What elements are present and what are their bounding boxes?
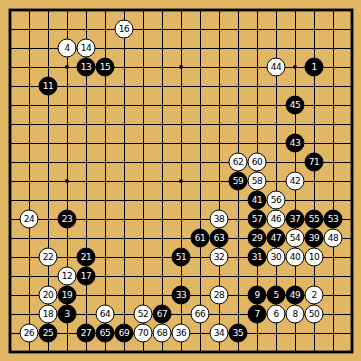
stone-white-move-36[interactable]: 36: [172, 324, 191, 343]
stone-white-move-48[interactable]: 48: [324, 229, 343, 248]
stone-white-move-56[interactable]: 56: [267, 191, 286, 210]
stone-white-move-42[interactable]: 42: [286, 172, 305, 191]
stone-black-move-67[interactable]: 67: [153, 305, 172, 324]
stone-white-move-52[interactable]: 52: [134, 305, 153, 324]
stone-black-move-65[interactable]: 65: [96, 324, 115, 343]
stone-black-move-21[interactable]: 21: [77, 248, 96, 267]
stone-black-move-25[interactable]: 25: [39, 324, 58, 343]
stone-white-move-8[interactable]: 8: [286, 305, 305, 324]
stone-black-move-45[interactable]: 45: [286, 96, 305, 115]
stone-white-move-10[interactable]: 10: [305, 248, 324, 267]
stone-white-move-62[interactable]: 62: [229, 153, 248, 172]
stone-white-move-16[interactable]: 16: [115, 20, 134, 39]
stone-white-move-2[interactable]: 2: [305, 286, 324, 305]
stone-white-move-22[interactable]: 22: [39, 248, 58, 267]
stone-white-move-70[interactable]: 70: [134, 324, 153, 343]
stone-white-move-20[interactable]: 20: [39, 286, 58, 305]
stone-black-move-51[interactable]: 51: [172, 248, 191, 267]
hoshi-point: [65, 65, 69, 69]
stone-white-move-50[interactable]: 50: [305, 305, 324, 324]
stone-black-move-57[interactable]: 57: [248, 210, 267, 229]
stone-white-move-64[interactable]: 64: [96, 305, 115, 324]
stone-white-move-58[interactable]: 58: [248, 172, 267, 191]
stone-black-move-7[interactable]: 7: [248, 305, 267, 324]
stone-black-move-13[interactable]: 13: [77, 58, 96, 77]
stone-black-move-49[interactable]: 49: [286, 286, 305, 305]
go-board[interactable]: 1234567891011121314151617181920212223242…: [0, 0, 361, 361]
stone-white-move-26[interactable]: 26: [20, 324, 39, 343]
stone-white-move-4[interactable]: 4: [58, 39, 77, 58]
stone-black-move-43[interactable]: 43: [286, 134, 305, 153]
hoshi-point: [179, 65, 183, 69]
stone-black-move-29[interactable]: 29: [248, 229, 267, 248]
stone-black-move-31[interactable]: 31: [248, 248, 267, 267]
stone-white-move-44[interactable]: 44: [267, 58, 286, 77]
stone-black-move-63[interactable]: 63: [210, 229, 229, 248]
stone-white-move-54[interactable]: 54: [286, 229, 305, 248]
stone-black-move-35[interactable]: 35: [229, 324, 248, 343]
stone-white-move-46[interactable]: 46: [267, 210, 286, 229]
stone-white-move-14[interactable]: 14: [77, 39, 96, 58]
stone-black-move-15[interactable]: 15: [96, 58, 115, 77]
stone-white-move-68[interactable]: 68: [153, 324, 172, 343]
hoshi-point: [65, 179, 69, 183]
stone-black-move-11[interactable]: 11: [39, 77, 58, 96]
stone-white-move-12[interactable]: 12: [58, 267, 77, 286]
stone-black-move-53[interactable]: 53: [324, 210, 343, 229]
stone-black-move-5[interactable]: 5: [267, 286, 286, 305]
stone-black-move-69[interactable]: 69: [115, 324, 134, 343]
stone-white-move-18[interactable]: 18: [39, 305, 58, 324]
stone-black-move-47[interactable]: 47: [267, 229, 286, 248]
stone-black-move-71[interactable]: 71: [305, 153, 324, 172]
hoshi-point: [179, 179, 183, 183]
stone-black-move-27[interactable]: 27: [77, 324, 96, 343]
stone-black-move-1[interactable]: 1: [305, 58, 324, 77]
stone-black-move-59[interactable]: 59: [229, 172, 248, 191]
stone-white-move-24[interactable]: 24: [20, 210, 39, 229]
stone-black-move-23[interactable]: 23: [58, 210, 77, 229]
stone-black-move-17[interactable]: 17: [77, 267, 96, 286]
stone-white-move-34[interactable]: 34: [210, 324, 229, 343]
hoshi-point: [293, 65, 297, 69]
stone-black-move-41[interactable]: 41: [248, 191, 267, 210]
stone-black-move-33[interactable]: 33: [172, 286, 191, 305]
stone-white-move-66[interactable]: 66: [191, 305, 210, 324]
stone-black-move-3[interactable]: 3: [58, 305, 77, 324]
stone-white-move-32[interactable]: 32: [210, 248, 229, 267]
stone-white-move-6[interactable]: 6: [267, 305, 286, 324]
stone-black-move-39[interactable]: 39: [305, 229, 324, 248]
stone-black-move-37[interactable]: 37: [286, 210, 305, 229]
stone-white-move-60[interactable]: 60: [248, 153, 267, 172]
stone-white-move-40[interactable]: 40: [286, 248, 305, 267]
stone-white-move-38[interactable]: 38: [210, 210, 229, 229]
stone-white-move-28[interactable]: 28: [210, 286, 229, 305]
stone-white-move-30[interactable]: 30: [267, 248, 286, 267]
stone-black-move-19[interactable]: 19: [58, 286, 77, 305]
stone-black-move-61[interactable]: 61: [191, 229, 210, 248]
stone-black-move-55[interactable]: 55: [305, 210, 324, 229]
stone-black-move-9[interactable]: 9: [248, 286, 267, 305]
